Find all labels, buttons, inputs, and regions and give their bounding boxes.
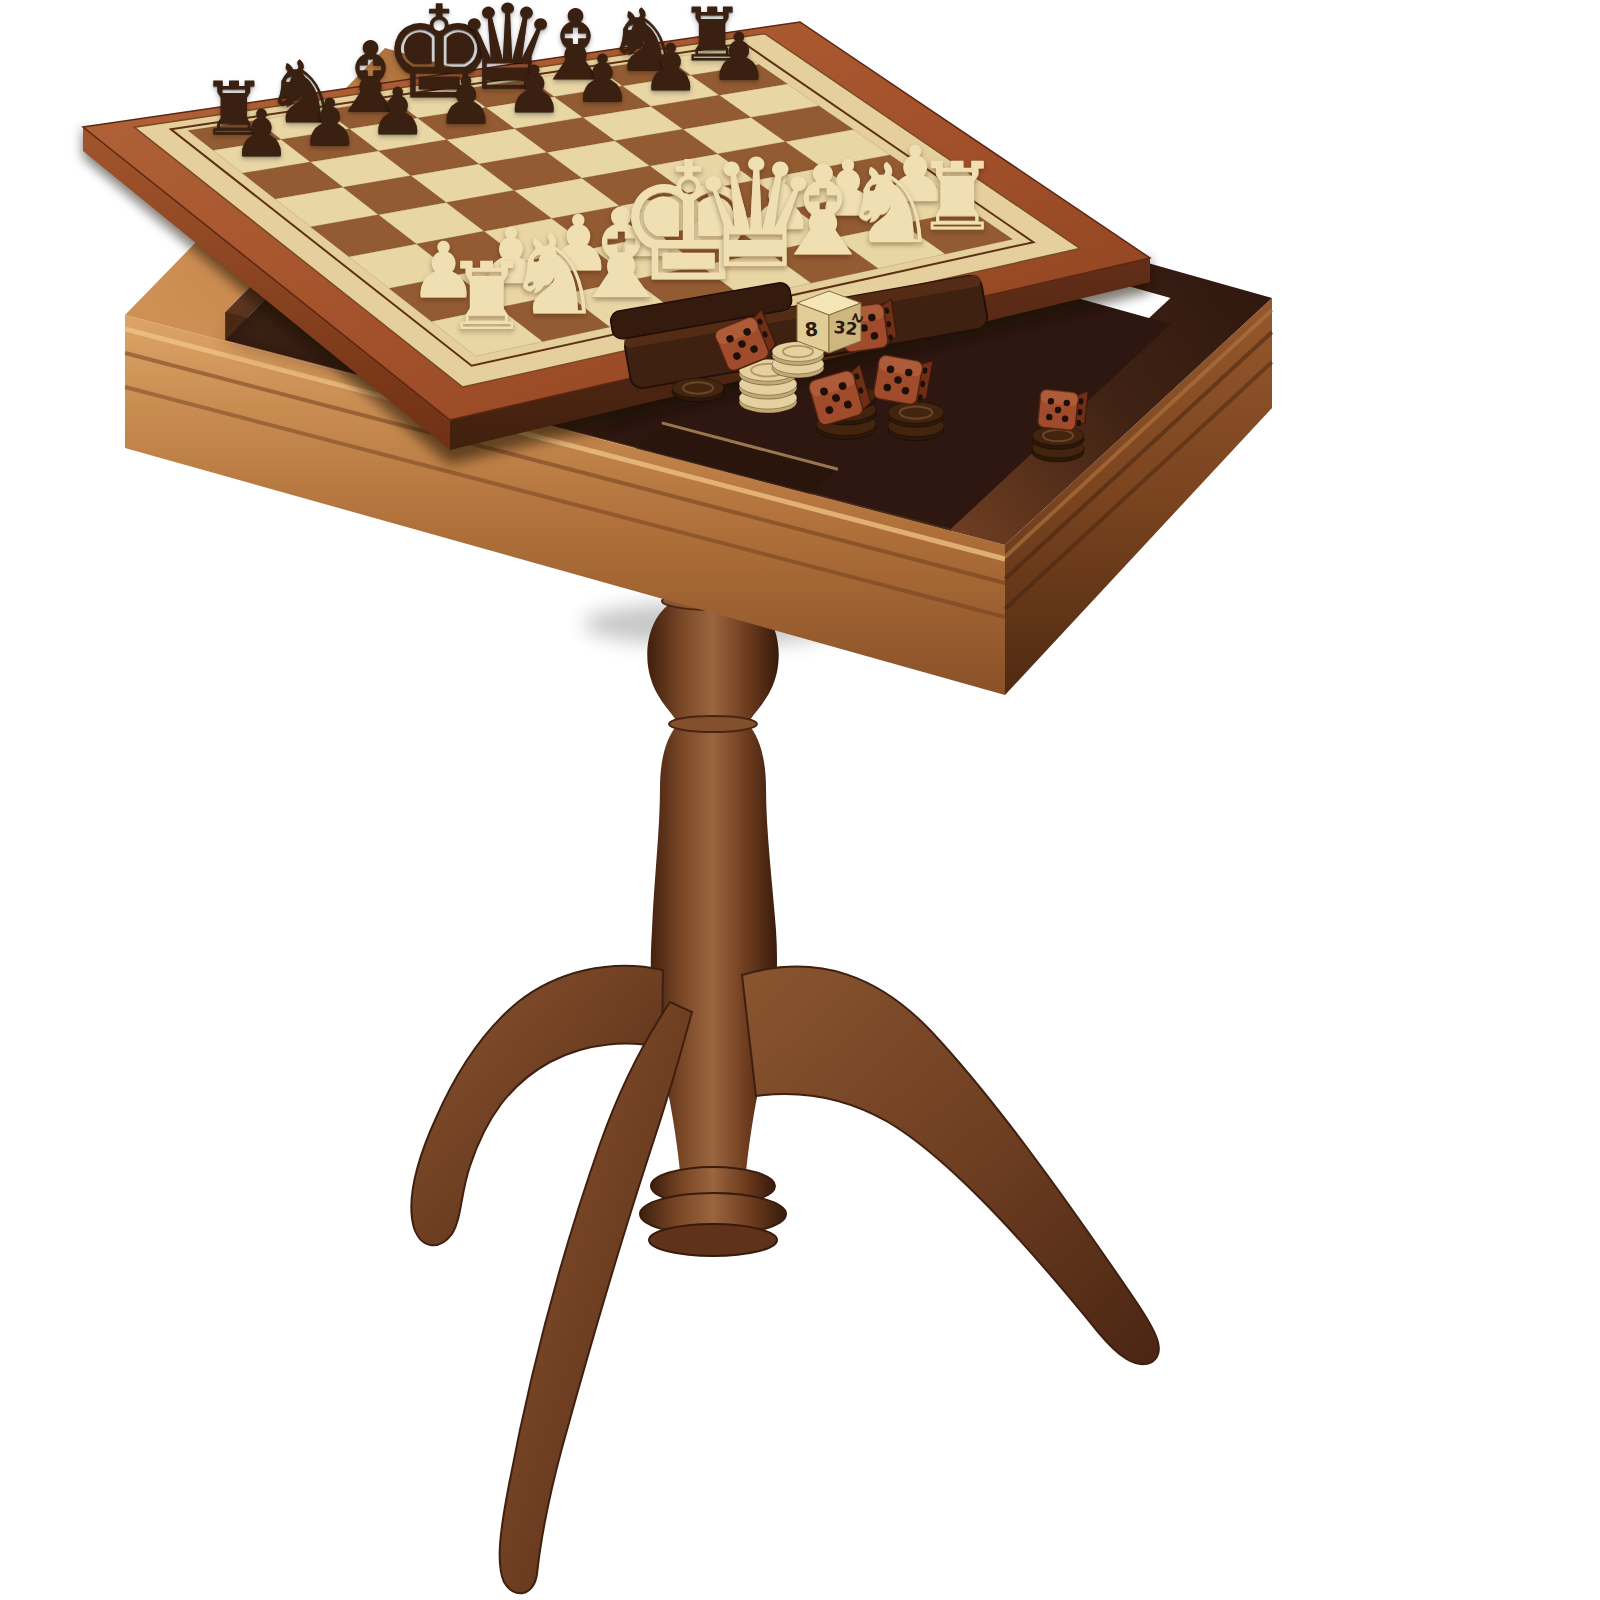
piece-black-pawn[interactable]: ♟ (300, 90, 358, 155)
piece-white-rook[interactable]: ♜ (915, 149, 999, 243)
piece-black-pawn[interactable]: ♟ (573, 46, 631, 111)
piece-black-pawn[interactable]: ♟ (232, 101, 290, 166)
piece-black-pawn[interactable]: ♟ (437, 68, 495, 133)
piece-black-pawn[interactable]: ♟ (505, 57, 563, 122)
chess-pieces-layer: ♜♞♝♛♚♝♞♜♟♟♟♟♟♟♟♟♟♟♟♟♟♟♟♟♜♞♝♛♚♝♞♜ (0, 0, 1600, 1600)
piece-black-pawn[interactable]: ♟ (641, 35, 699, 100)
piece-black-pawn[interactable]: ♟ (710, 24, 768, 89)
piece-black-pawn[interactable]: ♟ (369, 79, 427, 144)
product-photo-scene: 8 32 2 ♜♞♝♛♚♝♞♜♟♟♟♟♟♟♟♟♟♟♟♟♟♟♟♟♜♞♝♛♚♝♞♜ (0, 0, 1600, 1600)
